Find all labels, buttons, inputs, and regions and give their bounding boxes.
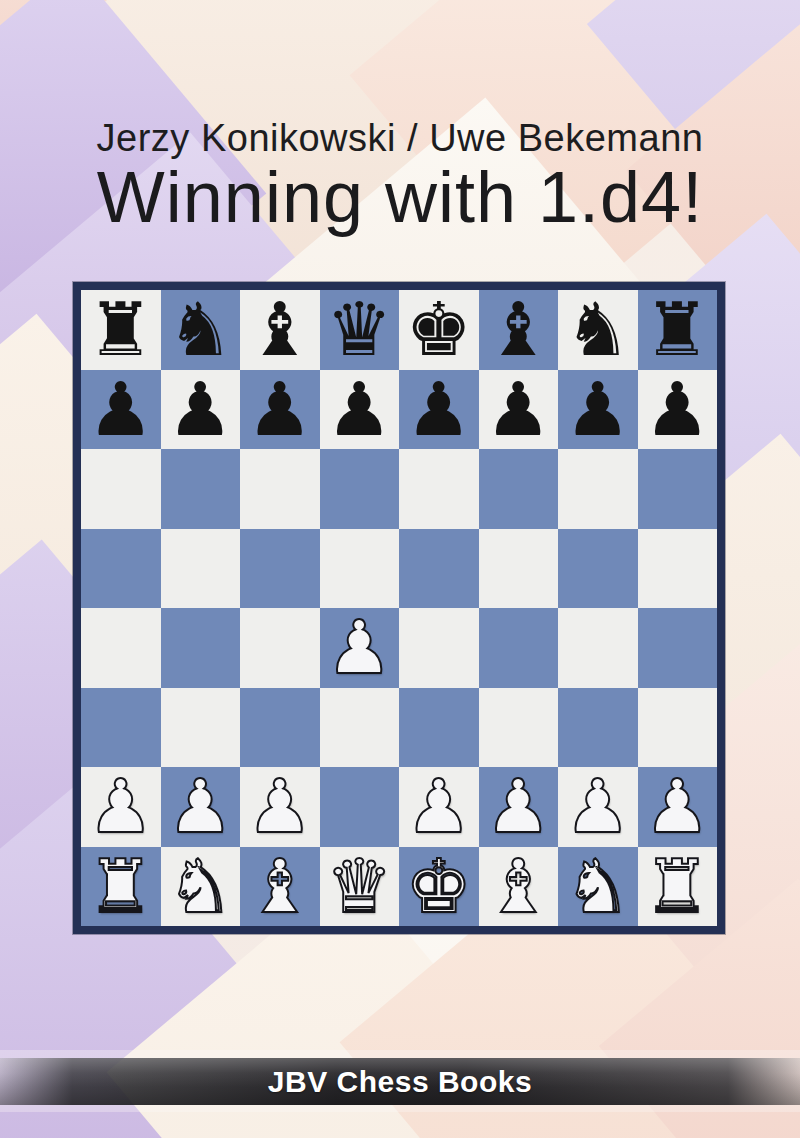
piece-white-pawn: ♟: [485, 767, 551, 846]
square-e6: [399, 449, 479, 529]
square-e3: [399, 688, 479, 768]
piece-black-queen: ♛: [326, 290, 392, 369]
square-e1: ♚: [399, 847, 479, 927]
square-e7: ♟: [399, 370, 479, 450]
publisher-name: JBV Chess Books: [268, 1065, 532, 1099]
square-g8: ♞: [558, 290, 638, 370]
square-b8: ♞: [161, 290, 241, 370]
square-g2: ♟: [558, 767, 638, 847]
square-h1: ♜: [638, 847, 718, 927]
piece-white-pawn: ♟: [88, 767, 154, 846]
square-e4: [399, 608, 479, 688]
piece-white-pawn: ♟: [326, 608, 392, 687]
square-b2: ♟: [161, 767, 241, 847]
piece-white-knight: ♞: [167, 847, 233, 926]
square-a5: [81, 529, 161, 609]
square-d1: ♛: [320, 847, 400, 927]
square-b4: [161, 608, 241, 688]
square-h4: [638, 608, 718, 688]
square-g7: ♟: [558, 370, 638, 450]
square-d7: ♟: [320, 370, 400, 450]
book-title: Winning with 1.d4!: [0, 156, 800, 239]
square-f1: ♝: [479, 847, 559, 927]
piece-white-knight: ♞: [565, 847, 631, 926]
square-h7: ♟: [638, 370, 718, 450]
piece-black-pawn: ♟: [485, 370, 551, 449]
square-c4: [240, 608, 320, 688]
square-g4: [558, 608, 638, 688]
square-e2: ♟: [399, 767, 479, 847]
piece-black-bishop: ♝: [485, 290, 551, 369]
square-b6: [161, 449, 241, 529]
square-b7: ♟: [161, 370, 241, 450]
square-f6: [479, 449, 559, 529]
piece-white-pawn: ♟: [247, 767, 313, 846]
piece-white-pawn: ♟: [406, 767, 472, 846]
piece-white-pawn: ♟: [167, 767, 233, 846]
square-f4: [479, 608, 559, 688]
square-d2: [320, 767, 400, 847]
square-f5: [479, 529, 559, 609]
piece-white-bishop: ♝: [247, 847, 313, 926]
square-h2: ♟: [638, 767, 718, 847]
publisher-banner: JBV Chess Books: [0, 1058, 800, 1105]
piece-black-pawn: ♟: [247, 370, 313, 449]
square-f3: [479, 688, 559, 768]
square-a8: ♜: [81, 290, 161, 370]
square-c1: ♝: [240, 847, 320, 927]
square-b5: [161, 529, 241, 609]
square-a1: ♜: [81, 847, 161, 927]
piece-black-pawn: ♟: [406, 370, 472, 449]
square-a7: ♟: [81, 370, 161, 450]
square-d3: [320, 688, 400, 768]
square-h8: ♜: [638, 290, 718, 370]
square-c3: [240, 688, 320, 768]
square-f8: ♝: [479, 290, 559, 370]
square-a2: ♟: [81, 767, 161, 847]
piece-black-knight: ♞: [167, 290, 233, 369]
square-g1: ♞: [558, 847, 638, 927]
piece-black-knight: ♞: [565, 290, 631, 369]
piece-black-pawn: ♟: [644, 370, 710, 449]
piece-white-rook: ♜: [644, 847, 710, 926]
square-f2: ♟: [479, 767, 559, 847]
piece-black-rook: ♜: [644, 290, 710, 369]
square-b1: ♞: [161, 847, 241, 927]
piece-black-pawn: ♟: [167, 370, 233, 449]
square-c5: [240, 529, 320, 609]
square-e8: ♚: [399, 290, 479, 370]
square-d6: [320, 449, 400, 529]
piece-black-pawn: ♟: [565, 370, 631, 449]
piece-white-pawn: ♟: [644, 767, 710, 846]
piece-white-queen: ♛: [326, 847, 392, 926]
square-c2: ♟: [240, 767, 320, 847]
square-g6: [558, 449, 638, 529]
square-a4: [81, 608, 161, 688]
square-c7: ♟: [240, 370, 320, 450]
square-f7: ♟: [479, 370, 559, 450]
piece-black-pawn: ♟: [326, 370, 392, 449]
square-c8: ♝: [240, 290, 320, 370]
square-d8: ♛: [320, 290, 400, 370]
author-names: Jerzy Konikowski / Uwe Bekemann: [0, 116, 800, 162]
chess-board: ♜♞♝♛♚♝♞♜♟♟♟♟♟♟♟♟♟♟♟♟♟♟♟♟♜♞♝♛♚♝♞♜: [73, 282, 725, 934]
square-g5: [558, 529, 638, 609]
square-a3: [81, 688, 161, 768]
piece-black-pawn: ♟: [88, 370, 154, 449]
square-g3: [558, 688, 638, 768]
square-e5: [399, 529, 479, 609]
piece-white-king: ♚: [406, 847, 472, 926]
piece-black-king: ♚: [406, 290, 472, 369]
piece-white-pawn: ♟: [565, 767, 631, 846]
piece-white-rook: ♜: [88, 847, 154, 926]
piece-black-bishop: ♝: [247, 290, 313, 369]
book-cover: Jerzy Konikowski / Uwe Bekemann Winning …: [0, 0, 800, 1138]
square-h3: [638, 688, 718, 768]
square-b3: [161, 688, 241, 768]
square-c6: [240, 449, 320, 529]
square-h5: [638, 529, 718, 609]
piece-black-rook: ♜: [88, 290, 154, 369]
square-d5: [320, 529, 400, 609]
square-a6: [81, 449, 161, 529]
square-h6: [638, 449, 718, 529]
square-d4: ♟: [320, 608, 400, 688]
piece-white-bishop: ♝: [485, 847, 551, 926]
